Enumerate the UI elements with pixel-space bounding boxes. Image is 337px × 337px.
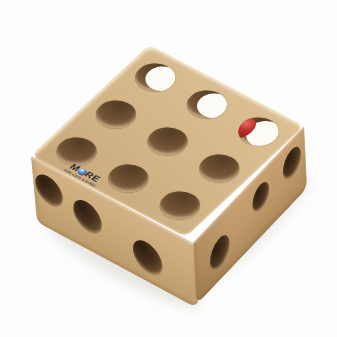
see-through-gap <box>190 88 235 123</box>
hole-opening <box>139 121 195 161</box>
left-side-hole-3 <box>132 234 164 281</box>
right-side-hole-3 <box>282 140 301 185</box>
hole-opening <box>88 94 144 134</box>
product-photo: MRE FOR CATS & DOGS <box>0 0 337 337</box>
hole-opening <box>191 148 247 188</box>
hole-opening <box>100 158 156 198</box>
see-through-gap <box>138 61 183 96</box>
hole-opening <box>179 84 235 124</box>
left-side-hole-1 <box>34 169 64 212</box>
hole-opening <box>127 57 183 97</box>
right-side-hole-1 <box>209 228 230 276</box>
left-side-hole-2 <box>72 194 103 239</box>
right-side-hole-2 <box>252 176 270 218</box>
hole-opening <box>152 185 208 225</box>
hole-opening <box>230 111 286 151</box>
